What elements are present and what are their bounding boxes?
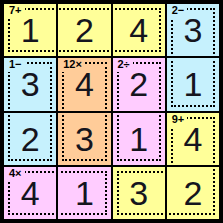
cell-value: 3: [183, 13, 202, 47]
cell-r3c3[interactable]: 1: [113, 113, 165, 165]
cell-value: 2: [75, 13, 94, 47]
cage-label-1minus: 1−: [7, 58, 25, 72]
cell-r2c1[interactable]: 1− 3: [4, 58, 56, 110]
cell-value: 1: [129, 122, 148, 156]
cell-r4c1[interactable]: 4× 4: [4, 167, 56, 219]
cell-value: 4: [129, 13, 148, 47]
cage-label-12times: 12×: [61, 58, 85, 72]
cell-r1c3[interactable]: 4: [113, 4, 165, 56]
cell-value: 1: [183, 67, 202, 101]
cell-value: 2: [21, 122, 40, 156]
cell-r3c4[interactable]: 9+ 4: [167, 113, 219, 165]
cage-label-9plus: 9+: [170, 113, 188, 127]
cage-label-7plus: 7+: [7, 4, 25, 18]
cell-r3c1[interactable]: 2: [4, 113, 56, 165]
cell-r4c3[interactable]: 3: [113, 167, 165, 219]
cell-r2c3[interactable]: 2÷ 2: [113, 58, 165, 110]
cage-label-4times: 4×: [7, 167, 25, 181]
cell-r1c4[interactable]: 2− 3: [167, 4, 219, 56]
cell-value: 4: [183, 122, 202, 156]
kenken-board: 7+ 1 2 4 2− 3 1− 3 12× 4 2÷ 2 1 2 3: [0, 0, 223, 223]
cell-value: 3: [129, 176, 148, 210]
cell-value: 4: [21, 176, 40, 210]
cell-value: 1: [75, 176, 94, 210]
cage-label-2divide: 2÷: [116, 58, 133, 72]
cell-r4c4[interactable]: 2: [167, 167, 219, 219]
cell-r1c2[interactable]: 2: [58, 4, 110, 56]
cell-r4c2[interactable]: 1: [58, 167, 110, 219]
cell-r1c1[interactable]: 7+ 1: [4, 4, 56, 56]
cell-value: 3: [21, 67, 40, 101]
cage-label-2minus: 2−: [170, 4, 188, 18]
cell-value: 1: [21, 13, 40, 47]
cell-r2c4[interactable]: 1: [167, 58, 219, 110]
cell-value: 3: [75, 122, 94, 156]
cell-value: 2: [183, 176, 202, 210]
cell-value: 2: [129, 67, 148, 101]
cell-r2c2[interactable]: 12× 4: [58, 58, 110, 110]
cell-value: 4: [75, 67, 94, 101]
cell-r3c2[interactable]: 3: [58, 113, 110, 165]
